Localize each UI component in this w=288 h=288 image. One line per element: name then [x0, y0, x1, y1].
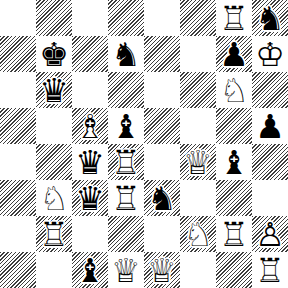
black-pawn-icon: ♟ [252, 108, 288, 144]
white-king-icon: ♔ [252, 36, 288, 72]
square-g7[interactable]: ♟♟ [216, 36, 252, 72]
black-pawn-icon: ♟ [216, 36, 252, 72]
square-h4[interactable] [252, 144, 288, 180]
square-d7[interactable]: ♞♞ [108, 36, 144, 72]
square-h3[interactable] [252, 180, 288, 216]
piece-white-rook: ♜♖ [108, 180, 144, 216]
piece-white-queen: ♛♕ [108, 252, 144, 288]
square-b2[interactable]: ♜♖ [36, 216, 72, 252]
piece-black-queen: ♛♛ [72, 144, 108, 180]
square-d4[interactable]: ♜♖ [108, 144, 144, 180]
piece-white-knight: ♞♘ [216, 72, 252, 108]
square-e6[interactable] [144, 72, 180, 108]
square-c7[interactable] [72, 36, 108, 72]
square-f1[interactable] [180, 252, 216, 288]
black-bishop-icon: ♝ [216, 144, 252, 180]
square-f5[interactable] [180, 108, 216, 144]
white-rook-icon: ♖ [108, 144, 144, 180]
square-a6[interactable] [0, 72, 36, 108]
piece-white-rook: ♜♖ [252, 252, 288, 288]
square-h1[interactable]: ♜♖ [252, 252, 288, 288]
square-d3[interactable]: ♜♖ [108, 180, 144, 216]
white-queen-icon: ♕ [108, 252, 144, 288]
square-f2[interactable]: ♞♘ [180, 216, 216, 252]
white-knight-icon: ♘ [36, 180, 72, 216]
piece-white-queen: ♛♕ [144, 252, 180, 288]
square-g1[interactable] [216, 252, 252, 288]
square-g6[interactable]: ♞♘ [216, 72, 252, 108]
black-queen-icon: ♛ [72, 144, 108, 180]
square-a3[interactable] [0, 180, 36, 216]
square-g5[interactable] [216, 108, 252, 144]
square-d6[interactable] [108, 72, 144, 108]
piece-black-pawn: ♟♟ [252, 108, 288, 144]
black-knight-icon: ♞ [252, 0, 288, 36]
black-bishop-icon: ♝ [108, 108, 144, 144]
black-queen-icon: ♛ [36, 72, 72, 108]
square-h2[interactable]: ♟♙ [252, 216, 288, 252]
piece-white-king: ♚♔ [252, 36, 288, 72]
square-a2[interactable] [0, 216, 36, 252]
black-knight-icon: ♞ [108, 36, 144, 72]
square-b3[interactable]: ♞♘ [36, 180, 72, 216]
square-a1[interactable] [0, 252, 36, 288]
piece-black-knight: ♞♞ [144, 180, 180, 216]
square-a8[interactable] [0, 0, 36, 36]
square-b8[interactable] [36, 0, 72, 36]
square-e3[interactable]: ♞♞ [144, 180, 180, 216]
square-c3[interactable]: ♛♛ [72, 180, 108, 216]
black-knight-icon: ♞ [144, 180, 180, 216]
square-d5[interactable]: ♝♝ [108, 108, 144, 144]
square-e5[interactable] [144, 108, 180, 144]
piece-white-rook: ♜♖ [216, 216, 252, 252]
square-e7[interactable] [144, 36, 180, 72]
square-a5[interactable] [0, 108, 36, 144]
piece-black-knight: ♞♞ [252, 0, 288, 36]
piece-white-rook: ♜♖ [108, 144, 144, 180]
square-a7[interactable] [0, 36, 36, 72]
square-h8[interactable]: ♞♞ [252, 0, 288, 36]
square-h5[interactable]: ♟♟ [252, 108, 288, 144]
piece-black-queen: ♛♛ [72, 180, 108, 216]
square-f8[interactable] [180, 0, 216, 36]
square-e1[interactable]: ♛♕ [144, 252, 180, 288]
chess-board: ♜♖♞♞♚♚♞♞♟♟♚♔♛♛♞♘♝♗♝♝♟♟♛♛♜♖♛♕♝♝♞♘♛♛♜♖♞♞♜♖… [0, 0, 288, 288]
white-pawn-icon: ♙ [252, 216, 288, 252]
square-b1[interactable] [36, 252, 72, 288]
white-rook-icon: ♖ [216, 216, 252, 252]
square-d1[interactable]: ♛♕ [108, 252, 144, 288]
black-bishop-icon: ♝ [72, 252, 108, 288]
square-c8[interactable] [72, 0, 108, 36]
piece-black-bishop: ♝♝ [108, 108, 144, 144]
piece-white-bishop: ♝♗ [72, 108, 108, 144]
square-h7[interactable]: ♚♔ [252, 36, 288, 72]
white-rook-icon: ♖ [216, 0, 252, 36]
piece-white-pawn: ♟♙ [252, 216, 288, 252]
square-g3[interactable] [216, 180, 252, 216]
piece-white-rook: ♜♖ [216, 0, 252, 36]
white-knight-icon: ♘ [180, 216, 216, 252]
square-c5[interactable]: ♝♗ [72, 108, 108, 144]
black-king-icon: ♚ [36, 36, 72, 72]
white-queen-icon: ♕ [144, 252, 180, 288]
square-b5[interactable] [36, 108, 72, 144]
square-b4[interactable] [36, 144, 72, 180]
square-g2[interactable]: ♜♖ [216, 216, 252, 252]
piece-white-knight: ♞♘ [36, 180, 72, 216]
piece-black-queen: ♛♛ [36, 72, 72, 108]
square-a4[interactable] [0, 144, 36, 180]
square-g4[interactable]: ♝♝ [216, 144, 252, 180]
white-rook-icon: ♖ [252, 252, 288, 288]
piece-black-bishop: ♝♝ [216, 144, 252, 180]
square-e2[interactable] [144, 216, 180, 252]
square-d8[interactable] [108, 0, 144, 36]
square-f7[interactable] [180, 36, 216, 72]
square-h6[interactable] [252, 72, 288, 108]
square-d2[interactable] [108, 216, 144, 252]
square-g8[interactable]: ♜♖ [216, 0, 252, 36]
white-bishop-icon: ♗ [72, 108, 108, 144]
piece-black-king: ♚♚ [36, 36, 72, 72]
black-queen-icon: ♛ [72, 180, 108, 216]
square-b6[interactable]: ♛♛ [36, 72, 72, 108]
piece-white-rook: ♜♖ [36, 216, 72, 252]
square-f4[interactable]: ♛♕ [180, 144, 216, 180]
white-rook-icon: ♖ [36, 216, 72, 252]
piece-black-bishop: ♝♝ [72, 252, 108, 288]
square-c2[interactable] [72, 216, 108, 252]
piece-black-pawn: ♟♟ [216, 36, 252, 72]
square-c1[interactable]: ♝♝ [72, 252, 108, 288]
piece-white-knight: ♞♘ [180, 216, 216, 252]
square-b7[interactable]: ♚♚ [36, 36, 72, 72]
piece-white-queen: ♛♕ [180, 144, 216, 180]
white-knight-icon: ♘ [216, 72, 252, 108]
white-queen-icon: ♕ [180, 144, 216, 180]
piece-black-knight: ♞♞ [108, 36, 144, 72]
square-c6[interactable] [72, 72, 108, 108]
square-c4[interactable]: ♛♛ [72, 144, 108, 180]
square-f6[interactable] [180, 72, 216, 108]
square-f3[interactable] [180, 180, 216, 216]
white-rook-icon: ♖ [108, 180, 144, 216]
square-e8[interactable] [144, 0, 180, 36]
square-e4[interactable] [144, 144, 180, 180]
